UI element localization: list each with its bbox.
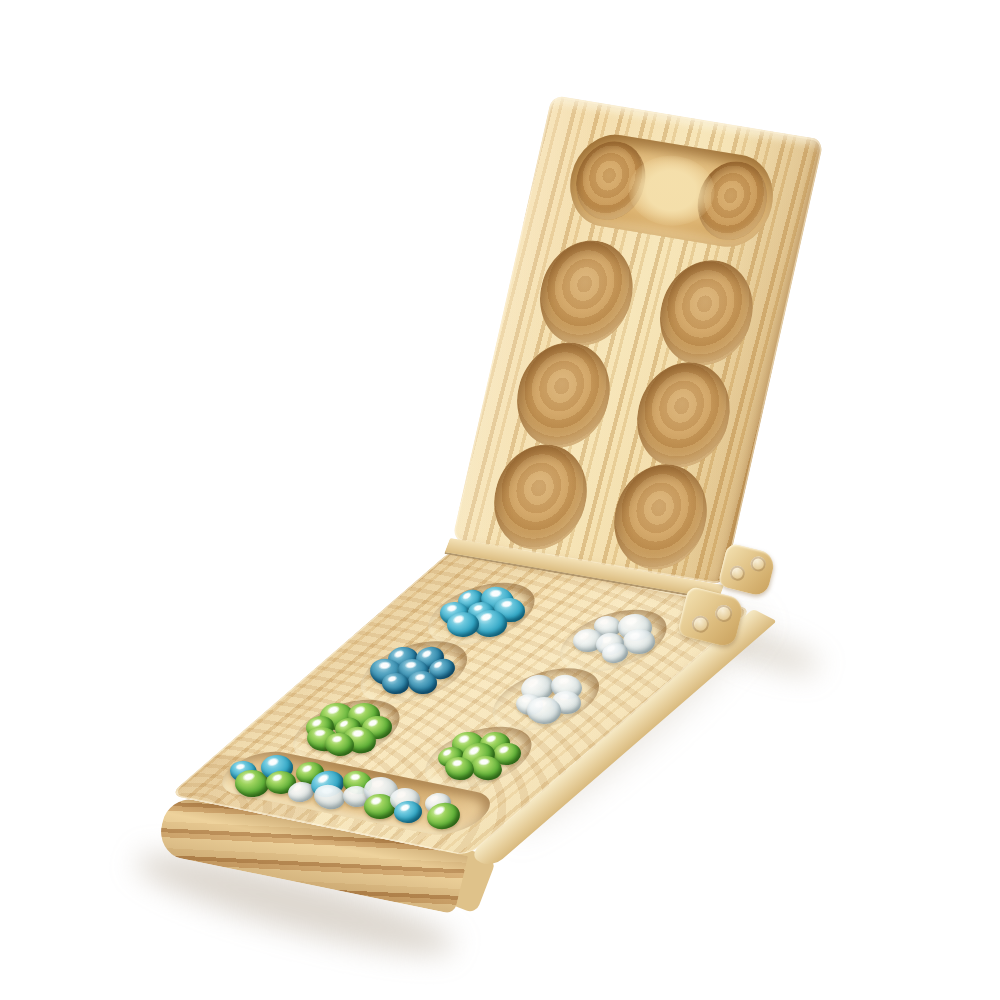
stone-highlight	[242, 771, 257, 782]
stone-highlight	[393, 648, 406, 659]
stone-highlight	[350, 772, 362, 780]
mancala-board-photo	[0, 0, 1000, 1000]
stone-highlight	[451, 758, 463, 767]
stone-highlight	[478, 612, 493, 624]
stone-clear	[527, 696, 562, 724]
stone-highlight	[445, 603, 457, 612]
stone-highlight	[497, 744, 509, 754]
stone-teal	[446, 611, 480, 638]
stone-highlight	[321, 787, 333, 795]
stone-highlight	[577, 630, 590, 641]
stone-highlight	[315, 772, 330, 785]
stone-highlight	[378, 660, 391, 669]
stone-highlight	[351, 729, 364, 738]
stone-highlight	[606, 644, 618, 654]
stone-highlight	[313, 728, 326, 737]
stone-highlight	[485, 733, 498, 744]
stone-highlight	[370, 795, 384, 806]
stone-highlight	[489, 588, 502, 597]
stone-highlight	[349, 787, 360, 795]
stone-highlight	[433, 660, 445, 670]
stone-highlight	[533, 698, 548, 709]
stone-highlight	[366, 717, 379, 728]
stone-highlight	[292, 782, 304, 792]
stones-layer	[0, 0, 1000, 1000]
stone-highlight	[399, 802, 411, 812]
stone-highlight	[420, 648, 432, 659]
stone-highlight	[442, 748, 454, 758]
stone-highlight	[267, 756, 281, 767]
stone-highlight	[501, 599, 514, 608]
stone-highlight	[300, 763, 312, 773]
stone-highlight	[331, 734, 343, 743]
stone-highlight	[326, 704, 341, 716]
stone-highlight	[457, 733, 471, 744]
stone-highlight	[478, 757, 490, 765]
stone-highlight	[271, 772, 284, 783]
stone-highlight	[413, 672, 425, 681]
stone-highlight	[371, 778, 385, 789]
stone-highlight	[558, 677, 571, 686]
stone-highlight	[338, 719, 350, 729]
stone-highlight	[431, 804, 446, 817]
stone-highlight	[558, 692, 570, 701]
stone-highlight	[525, 676, 540, 689]
stone-highlight	[599, 618, 610, 627]
stone-highlight	[354, 704, 368, 715]
stone-highlight	[452, 613, 466, 625]
stone-blue	[381, 672, 409, 694]
stone-highlight	[405, 660, 418, 669]
stone-highlight	[387, 674, 399, 683]
stone-highlight	[628, 630, 642, 641]
stone-highlight	[624, 616, 639, 628]
stone-highlight	[461, 591, 473, 601]
stone-highlight	[236, 762, 247, 770]
stone-highlight	[395, 790, 408, 800]
